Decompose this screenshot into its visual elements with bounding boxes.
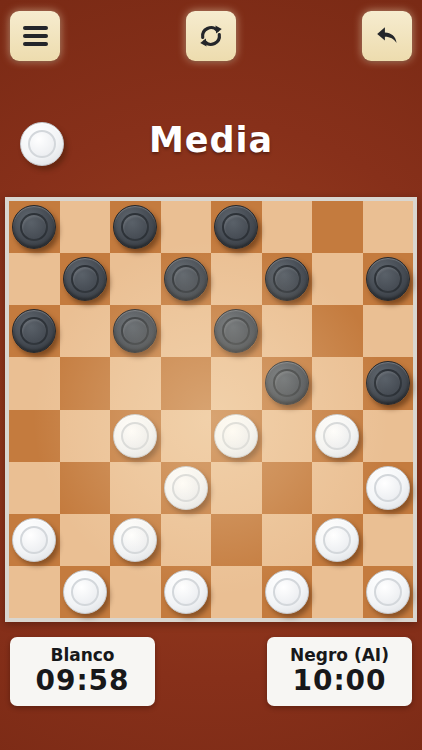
board-square-b7[interactable] <box>60 253 111 305</box>
refresh-icon <box>197 22 225 50</box>
board-square-c6[interactable] <box>110 305 161 357</box>
board-square-g7[interactable] <box>312 253 363 305</box>
board-square-b5[interactable] <box>60 357 111 409</box>
black-piece[interactable] <box>366 361 410 405</box>
black-piece[interactable] <box>366 257 410 301</box>
board-square-c1[interactable] <box>110 566 161 618</box>
board-square-d1[interactable] <box>161 566 212 618</box>
board-square-a1[interactable] <box>9 566 60 618</box>
white-clock-label: Blanco <box>50 646 114 666</box>
board-square-g2[interactable] <box>312 514 363 566</box>
white-clock-time: 09:58 <box>35 666 129 697</box>
board-square-e4[interactable] <box>211 410 262 462</box>
checkers-board[interactable] <box>9 201 413 618</box>
board-square-g5[interactable] <box>312 357 363 409</box>
board-square-f2[interactable] <box>262 514 313 566</box>
board-square-c4[interactable] <box>110 410 161 462</box>
board-square-f7[interactable] <box>262 253 313 305</box>
board-square-f3[interactable] <box>262 462 313 514</box>
board-square-f1[interactable] <box>262 566 313 618</box>
white-piece[interactable] <box>12 518 56 562</box>
black-clock-label: Negro (AI) <box>290 646 389 666</box>
black-piece[interactable] <box>214 205 258 249</box>
app-screen: Media Blanco 09:58 Negro (AI) 10:00 <box>0 0 422 750</box>
white-piece[interactable] <box>214 414 258 458</box>
white-clock: Blanco 09:58 <box>10 637 155 706</box>
restart-button[interactable] <box>186 11 236 61</box>
board-square-d2[interactable] <box>161 514 212 566</box>
board-square-b3[interactable] <box>60 462 111 514</box>
board-square-a5[interactable] <box>9 357 60 409</box>
black-piece[interactable] <box>113 309 157 353</box>
board-square-a7[interactable] <box>9 253 60 305</box>
black-clock: Negro (AI) 10:00 <box>267 637 412 706</box>
black-piece[interactable] <box>12 309 56 353</box>
white-piece[interactable] <box>113 414 157 458</box>
board-square-g3[interactable] <box>312 462 363 514</box>
board-square-c2[interactable] <box>110 514 161 566</box>
board-square-d6[interactable] <box>161 305 212 357</box>
board-square-f5[interactable] <box>262 357 313 409</box>
white-piece[interactable] <box>164 466 208 510</box>
white-piece[interactable] <box>366 466 410 510</box>
black-clock-time: 10:00 <box>292 666 386 697</box>
board-square-f6[interactable] <box>262 305 313 357</box>
menu-button[interactable] <box>10 11 60 61</box>
board-square-e8[interactable] <box>211 201 262 253</box>
white-piece[interactable] <box>315 518 359 562</box>
board-square-d5[interactable] <box>161 357 212 409</box>
black-piece[interactable] <box>12 205 56 249</box>
board-square-e7[interactable] <box>211 253 262 305</box>
board-square-f8[interactable] <box>262 201 313 253</box>
board-square-h6[interactable] <box>363 305 414 357</box>
board-square-h8[interactable] <box>363 201 414 253</box>
board-square-h5[interactable] <box>363 357 414 409</box>
board-square-g4[interactable] <box>312 410 363 462</box>
board-square-h2[interactable] <box>363 514 414 566</box>
board-square-c5[interactable] <box>110 357 161 409</box>
board-square-e1[interactable] <box>211 566 262 618</box>
board-square-e6[interactable] <box>211 305 262 357</box>
board-square-c3[interactable] <box>110 462 161 514</box>
black-piece[interactable] <box>113 205 157 249</box>
undo-button[interactable] <box>362 11 412 61</box>
board-square-f4[interactable] <box>262 410 313 462</box>
board-square-b8[interactable] <box>60 201 111 253</box>
difficulty-title: Media <box>0 120 422 160</box>
board-square-a3[interactable] <box>9 462 60 514</box>
board-square-h4[interactable] <box>363 410 414 462</box>
board-square-c8[interactable] <box>110 201 161 253</box>
white-piece[interactable] <box>265 570 309 614</box>
board-frame <box>5 197 417 622</box>
board-square-h3[interactable] <box>363 462 414 514</box>
black-piece[interactable] <box>164 257 208 301</box>
board-square-g1[interactable] <box>312 566 363 618</box>
board-square-c7[interactable] <box>110 253 161 305</box>
hamburger-icon <box>23 26 48 46</box>
black-piece[interactable] <box>63 257 107 301</box>
black-piece[interactable] <box>265 361 309 405</box>
board-square-e5[interactable] <box>211 357 262 409</box>
board-square-d3[interactable] <box>161 462 212 514</box>
white-piece[interactable] <box>63 570 107 614</box>
board-square-b6[interactable] <box>60 305 111 357</box>
white-piece[interactable] <box>366 570 410 614</box>
white-piece[interactable] <box>315 414 359 458</box>
white-piece[interactable] <box>113 518 157 562</box>
board-square-d7[interactable] <box>161 253 212 305</box>
board-square-a4[interactable] <box>9 410 60 462</box>
board-square-d8[interactable] <box>161 201 212 253</box>
board-square-h1[interactable] <box>363 566 414 618</box>
board-square-b1[interactable] <box>60 566 111 618</box>
board-square-a8[interactable] <box>9 201 60 253</box>
board-square-h7[interactable] <box>363 253 414 305</box>
board-square-b2[interactable] <box>60 514 111 566</box>
black-piece[interactable] <box>265 257 309 301</box>
white-piece[interactable] <box>164 570 208 614</box>
board-square-b4[interactable] <box>60 410 111 462</box>
board-square-a2[interactable] <box>9 514 60 566</box>
board-square-a6[interactable] <box>9 305 60 357</box>
board-square-d4[interactable] <box>161 410 212 462</box>
board-square-e3[interactable] <box>211 462 262 514</box>
board-square-g6[interactable] <box>312 305 363 357</box>
board-square-e2[interactable] <box>211 514 262 566</box>
board-square-g8[interactable] <box>312 201 363 253</box>
black-piece[interactable] <box>214 309 258 353</box>
undo-arrow-icon <box>373 22 401 50</box>
